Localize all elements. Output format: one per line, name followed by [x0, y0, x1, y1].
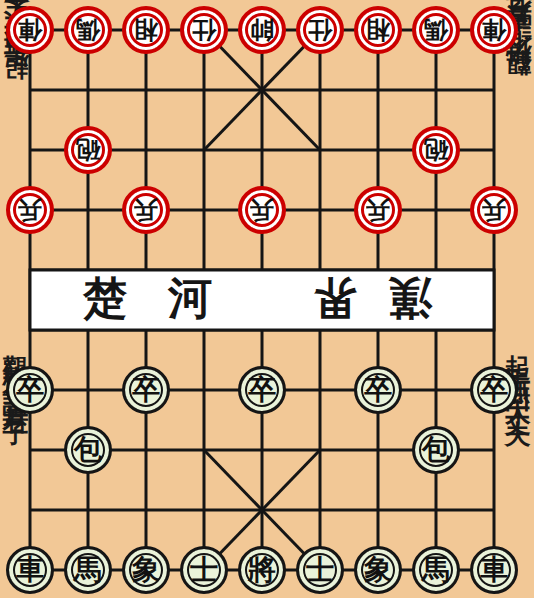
piece-red-advisor[interactable]: 仕 [180, 6, 228, 54]
piece-black-advisor[interactable]: 士 [296, 546, 344, 594]
piece-red-horse[interactable]: 傌 [64, 6, 112, 54]
piece-glyph: 包 [422, 436, 450, 464]
piece-black-horse[interactable]: 馬 [412, 546, 460, 594]
piece-glyph: 象 [364, 556, 392, 584]
piece-red-soldier[interactable]: 兵 [354, 186, 402, 234]
piece-glyph: 兵 [18, 198, 42, 222]
piece-glyph: 仕 [192, 18, 216, 42]
piece-black-soldier[interactable]: 卒 [122, 366, 170, 414]
piece-red-elephant[interactable]: 相 [354, 6, 402, 54]
piece-red-general[interactable]: 帥 [238, 6, 286, 54]
piece-red-soldier[interactable]: 兵 [470, 186, 518, 234]
piece-glyph: 砲 [424, 138, 448, 162]
piece-black-advisor[interactable]: 士 [180, 546, 228, 594]
piece-black-soldier[interactable]: 卒 [238, 366, 286, 414]
piece-black-soldier[interactable]: 卒 [470, 366, 518, 414]
piece-red-chariot[interactable]: 俥 [6, 6, 54, 54]
piece-black-chariot[interactable]: 車 [470, 546, 518, 594]
piece-glyph: 包 [74, 436, 102, 464]
piece-glyph: 兵 [250, 198, 274, 222]
piece-glyph: 卒 [248, 376, 276, 404]
piece-glyph: 馬 [422, 556, 450, 584]
piece-glyph: 車 [480, 556, 508, 584]
piece-red-chariot[interactable]: 俥 [470, 6, 518, 54]
piece-red-cannon[interactable]: 砲 [412, 126, 460, 174]
piece-glyph: 象 [132, 556, 160, 584]
piece-glyph: 卒 [16, 376, 44, 404]
piece-black-soldier[interactable]: 卒 [6, 366, 54, 414]
piece-glyph: 將 [248, 556, 276, 584]
piece-black-chariot[interactable]: 車 [6, 546, 54, 594]
piece-glyph: 卒 [480, 376, 508, 404]
piece-glyph: 相 [366, 18, 390, 42]
piece-red-soldier[interactable]: 兵 [6, 186, 54, 234]
piece-glyph: 兵 [366, 198, 390, 222]
piece-glyph: 卒 [364, 376, 392, 404]
piece-glyph: 傌 [76, 18, 100, 42]
xiangqi-board[interactable]: 楚 河 界 漢 起手無回大丈夫 觀棋不語真君子 觀棋不語真君子 起手無回大丈夫 … [0, 0, 534, 598]
pieces-layer: 俥傌相仕帥仕相傌俥砲砲兵兵兵兵兵卒卒卒卒卒包包車馬象士將士象馬車 [1, 0, 523, 598]
piece-red-advisor[interactable]: 仕 [296, 6, 344, 54]
piece-red-elephant[interactable]: 相 [122, 6, 170, 54]
piece-glyph: 砲 [76, 138, 100, 162]
piece-glyph: 仕 [308, 18, 332, 42]
piece-glyph: 士 [306, 556, 334, 584]
piece-glyph: 卒 [132, 376, 160, 404]
piece-black-soldier[interactable]: 卒 [354, 366, 402, 414]
piece-glyph: 士 [190, 556, 218, 584]
piece-glyph: 傌 [424, 18, 448, 42]
piece-red-horse[interactable]: 傌 [412, 6, 460, 54]
piece-glyph: 相 [134, 18, 158, 42]
piece-red-soldier[interactable]: 兵 [238, 186, 286, 234]
piece-black-cannon[interactable]: 包 [64, 426, 112, 474]
piece-black-elephant[interactable]: 象 [354, 546, 402, 594]
piece-glyph: 兵 [482, 198, 506, 222]
piece-glyph: 馬 [74, 556, 102, 584]
piece-black-general[interactable]: 將 [238, 546, 286, 594]
piece-glyph: 車 [16, 556, 44, 584]
piece-glyph: 帥 [250, 18, 274, 42]
piece-glyph: 俥 [18, 18, 42, 42]
piece-glyph: 兵 [134, 198, 158, 222]
piece-black-horse[interactable]: 馬 [64, 546, 112, 594]
piece-black-elephant[interactable]: 象 [122, 546, 170, 594]
piece-black-cannon[interactable]: 包 [412, 426, 460, 474]
piece-red-cannon[interactable]: 砲 [64, 126, 112, 174]
piece-glyph: 俥 [482, 18, 506, 42]
piece-red-soldier[interactable]: 兵 [122, 186, 170, 234]
